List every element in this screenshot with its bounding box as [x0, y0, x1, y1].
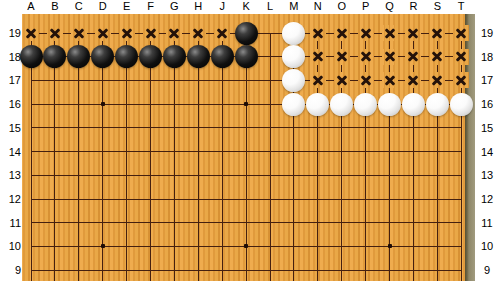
grid-line-horizontal [31, 151, 462, 152]
star-point [388, 244, 392, 248]
grid-line-vertical [174, 33, 175, 281]
territory-x-mark[interactable] [453, 25, 469, 41]
territory-x-mark[interactable] [382, 72, 398, 88]
row-label-left: 15 [0, 121, 21, 135]
grid-line-horizontal [31, 199, 462, 200]
territory-x-mark[interactable] [71, 25, 87, 41]
territory-x-mark[interactable] [23, 25, 39, 41]
territory-x-mark[interactable] [429, 72, 445, 88]
column-label: G [165, 0, 183, 13]
column-label: N [309, 0, 327, 13]
territory-x-mark[interactable] [190, 25, 206, 41]
territory-x-mark[interactable] [119, 25, 135, 41]
territory-x-mark[interactable] [382, 25, 398, 41]
grid-line-vertical [54, 33, 55, 281]
white-stone[interactable] [282, 93, 305, 116]
row-label-left: 19 [0, 26, 21, 40]
grid-line-vertical [31, 33, 32, 281]
row-label-left: 11 [0, 216, 21, 230]
grid-line-vertical [437, 33, 438, 281]
star-point [244, 102, 248, 106]
column-label: A [22, 0, 40, 13]
column-label: E [118, 0, 136, 13]
row-label-left: 9 [0, 263, 21, 277]
territory-x-mark[interactable] [405, 72, 421, 88]
territory-x-mark[interactable] [358, 49, 374, 65]
row-label-right: 17 [476, 73, 498, 87]
territory-x-mark[interactable] [143, 25, 159, 41]
white-stone[interactable] [402, 93, 425, 116]
row-label-left: 12 [0, 192, 21, 206]
white-stone[interactable] [330, 93, 353, 116]
column-label: M [285, 0, 303, 13]
row-label-left: 14 [0, 145, 21, 159]
row-label-right: 9 [476, 263, 498, 277]
white-stone[interactable] [354, 93, 377, 116]
territory-x-mark[interactable] [334, 72, 350, 88]
column-label: Q [381, 0, 399, 13]
grid-line-vertical [78, 33, 79, 281]
row-label-right: 16 [476, 97, 498, 111]
row-label-left: 18 [0, 50, 21, 64]
white-stone[interactable] [282, 22, 305, 45]
row-label-left: 13 [0, 168, 21, 182]
grid-line-vertical [317, 33, 318, 281]
territory-x-mark[interactable] [95, 25, 111, 41]
territory-x-mark[interactable] [429, 25, 445, 41]
row-label-left: 17 [0, 73, 21, 87]
territory-x-mark[interactable] [334, 25, 350, 41]
column-label: C [70, 0, 88, 13]
grid-line-vertical [341, 33, 342, 281]
black-stone[interactable] [211, 45, 234, 68]
column-label: K [237, 0, 255, 13]
grid-line-vertical [461, 33, 462, 281]
grid-line-vertical [270, 33, 271, 281]
grid-line-horizontal [31, 222, 462, 223]
row-label-right: 14 [476, 145, 498, 159]
row-label-right: 12 [476, 192, 498, 206]
grid-line-vertical [198, 33, 199, 281]
column-label: O [333, 0, 351, 13]
territory-x-mark[interactable] [382, 49, 398, 65]
column-label: B [46, 0, 64, 13]
row-label-right: 15 [476, 121, 498, 135]
column-label: J [213, 0, 231, 13]
star-point [101, 244, 105, 248]
go-diagram-screen: ABCDEFGHJKLMNOPQRST191817161514131211109… [0, 0, 500, 281]
black-stone[interactable] [235, 45, 258, 68]
column-label: H [189, 0, 207, 13]
white-stone[interactable] [378, 93, 401, 116]
black-stone[interactable] [187, 45, 210, 68]
territory-x-mark[interactable] [310, 49, 326, 65]
row-label-left: 10 [0, 239, 21, 253]
row-label-left: 16 [0, 97, 21, 111]
white-stone[interactable] [426, 93, 449, 116]
column-label: T [452, 0, 470, 13]
column-label: P [357, 0, 375, 13]
star-point [244, 244, 248, 248]
row-label-right: 11 [476, 216, 498, 230]
white-stone[interactable] [450, 93, 473, 116]
territory-x-mark[interactable] [310, 72, 326, 88]
column-label: L [261, 0, 279, 13]
row-label-right: 19 [476, 26, 498, 40]
black-stone[interactable] [235, 22, 258, 45]
column-label: S [428, 0, 446, 13]
row-label-right: 13 [476, 168, 498, 182]
territory-x-mark[interactable] [166, 25, 182, 41]
row-label-right: 18 [476, 50, 498, 64]
white-stone[interactable] [306, 93, 329, 116]
territory-x-mark[interactable] [47, 25, 63, 41]
grid-line-vertical [365, 33, 366, 281]
grid-line-horizontal [31, 127, 462, 128]
grid-line-horizontal [31, 175, 462, 176]
territory-x-mark[interactable] [358, 72, 374, 88]
territory-x-mark[interactable] [310, 25, 326, 41]
territory-x-mark[interactable] [453, 49, 469, 65]
territory-x-mark[interactable] [405, 49, 421, 65]
territory-x-mark[interactable] [429, 49, 445, 65]
territory-x-mark[interactable] [214, 25, 230, 41]
grid-line-horizontal [31, 80, 462, 81]
column-label: R [404, 0, 422, 13]
column-label: D [94, 0, 112, 13]
grid-line-horizontal [31, 270, 462, 271]
star-point [101, 102, 105, 106]
black-stone[interactable] [20, 45, 43, 68]
column-label: F [142, 0, 160, 13]
grid-line-vertical [413, 33, 414, 281]
grid-line-vertical [126, 33, 127, 281]
grid-line-vertical [222, 33, 223, 281]
row-label-right: 10 [476, 239, 498, 253]
black-stone[interactable] [163, 45, 186, 68]
territory-x-mark[interactable] [453, 72, 469, 88]
territory-x-mark[interactable] [405, 25, 421, 41]
territory-x-mark[interactable] [358, 25, 374, 41]
territory-x-mark[interactable] [334, 49, 350, 65]
grid-line-vertical [150, 33, 151, 281]
